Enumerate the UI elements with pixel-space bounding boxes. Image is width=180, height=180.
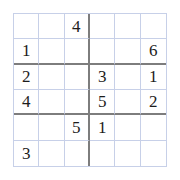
cell-r4c2[interactable] xyxy=(39,90,64,115)
given-digit: 5 xyxy=(72,119,81,136)
cell-r6c1[interactable]: 3 xyxy=(14,141,39,166)
cell-r2c6[interactable]: 6 xyxy=(141,39,166,64)
given-digit: 2 xyxy=(22,68,31,85)
cell-r4c5[interactable] xyxy=(115,90,140,115)
cell-r4c1[interactable]: 4 xyxy=(14,90,39,115)
given-digit: 2 xyxy=(149,93,158,110)
cell-r1c6[interactable] xyxy=(141,14,166,39)
given-digit: 3 xyxy=(98,68,107,85)
cell-r4c3[interactable] xyxy=(65,90,90,115)
given-digit: 4 xyxy=(72,18,81,35)
given-digit: 1 xyxy=(98,119,107,136)
cell-r1c5[interactable] xyxy=(115,14,140,39)
cell-r6c5[interactable] xyxy=(115,141,140,166)
cell-r6c2[interactable] xyxy=(39,141,64,166)
given-digit: 4 xyxy=(22,93,31,110)
cell-r1c1[interactable] xyxy=(14,14,39,39)
cell-r3c4[interactable]: 3 xyxy=(90,65,115,90)
cell-r3c2[interactable] xyxy=(39,65,64,90)
cell-r6c6[interactable] xyxy=(141,141,166,166)
cell-r1c3[interactable]: 4 xyxy=(65,14,90,39)
given-digit: 6 xyxy=(149,42,158,59)
cell-r5c6[interactable] xyxy=(141,115,166,140)
cell-r5c1[interactable] xyxy=(14,115,39,140)
cell-r6c3[interactable] xyxy=(65,141,90,166)
given-digit: 1 xyxy=(22,42,31,59)
sudoku-page: 416231452513 xyxy=(0,0,180,180)
cell-r1c2[interactable] xyxy=(39,14,64,39)
cell-r3c3[interactable] xyxy=(65,65,90,90)
cell-r3c5[interactable] xyxy=(115,65,140,90)
cell-r2c3[interactable] xyxy=(65,39,90,64)
cell-r4c4[interactable]: 5 xyxy=(90,90,115,115)
cell-r1c4[interactable] xyxy=(90,14,115,39)
cell-r5c4[interactable]: 1 xyxy=(90,115,115,140)
cell-r2c4[interactable] xyxy=(90,39,115,64)
cell-r4c6[interactable]: 2 xyxy=(141,90,166,115)
given-digit: 5 xyxy=(98,93,107,110)
cell-r5c5[interactable] xyxy=(115,115,140,140)
sudoku-board: 416231452513 xyxy=(13,13,167,167)
cell-r6c4[interactable] xyxy=(90,141,115,166)
cell-r5c2[interactable] xyxy=(39,115,64,140)
given-digit: 1 xyxy=(149,68,158,85)
cell-r3c6[interactable]: 1 xyxy=(141,65,166,90)
cell-r2c5[interactable] xyxy=(115,39,140,64)
given-digit: 3 xyxy=(22,145,31,162)
cell-r2c2[interactable] xyxy=(39,39,64,64)
cell-r3c1[interactable]: 2 xyxy=(14,65,39,90)
cell-r5c3[interactable]: 5 xyxy=(65,115,90,140)
cell-r2c1[interactable]: 1 xyxy=(14,39,39,64)
